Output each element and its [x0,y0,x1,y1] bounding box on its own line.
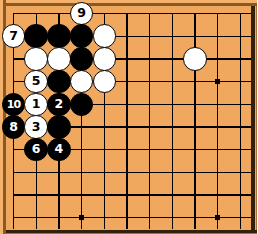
black-stone[interactable] [47,115,71,139]
move-number-label: 10 [7,99,21,110]
black-stone[interactable] [47,24,71,48]
move-number-label: 6 [32,143,41,156]
black-stone[interactable] [70,47,94,71]
grid-line-vertical [217,13,218,230]
white-stone[interactable] [70,70,94,94]
black-stone[interactable] [70,24,94,48]
move-number-label: 1 [32,98,41,111]
move-number-label: 7 [9,30,18,43]
black-stone[interactable]: 10 [2,93,26,117]
black-stone[interactable]: 4 [47,138,71,162]
move-number-label: 4 [55,143,64,156]
star-point [215,215,220,220]
star-point [79,215,84,220]
white-stone[interactable] [93,70,117,94]
white-stone[interactable] [93,47,117,71]
move-number-label: 3 [32,121,41,134]
black-stone[interactable] [70,93,94,117]
move-number-label: 5 [32,75,41,88]
grid-line-horizontal [13,194,252,195]
grid-line-vertical [149,13,150,230]
black-stone[interactable]: 2 [47,93,71,117]
white-stone[interactable]: 7 [2,24,26,48]
white-stone[interactable]: 5 [24,70,48,94]
grid-line-vertical [240,13,241,230]
grid-line-horizontal [13,172,252,173]
white-stone[interactable] [183,47,207,71]
go-board[interactable]: 97510128364 [0,0,257,234]
move-number-label: 8 [9,121,18,134]
black-stone[interactable]: 8 [2,115,26,139]
white-stone[interactable] [24,47,48,71]
grid-line-vertical [194,13,195,230]
white-stone[interactable]: 9 [70,2,94,26]
black-stone[interactable] [47,70,71,94]
go-diagram: 97510128364 [0,0,257,234]
white-stone[interactable] [93,24,117,48]
star-point [215,79,220,84]
grid-line-horizontal [13,13,252,14]
move-number-label: 2 [55,98,64,111]
white-stone[interactable]: 1 [24,93,48,117]
black-stone[interactable] [24,24,48,48]
white-stone[interactable]: 3 [24,115,48,139]
board-frame-right-edge [256,3,258,234]
move-number-label: 9 [77,7,86,20]
black-stone[interactable]: 6 [24,138,48,162]
board-frame-top-line [0,3,257,6]
grid-line-vertical [172,13,173,230]
white-stone[interactable] [47,47,71,71]
board-frame-bottom-edge [3,233,257,234]
grid-line-vertical [126,13,127,230]
